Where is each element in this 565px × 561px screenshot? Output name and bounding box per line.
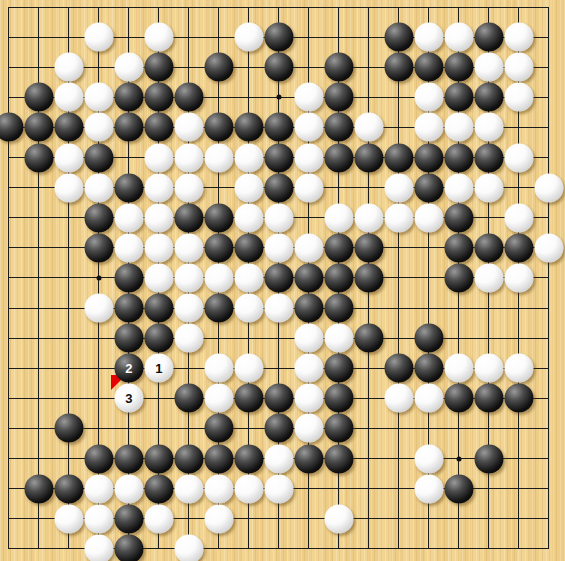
black-stone[interactable] (294, 294, 323, 323)
white-stone[interactable] (144, 23, 173, 52)
black-stone[interactable] (54, 113, 83, 142)
white-stone[interactable] (384, 384, 413, 413)
white-stone[interactable] (474, 354, 503, 383)
white-stone[interactable] (204, 474, 233, 503)
white-stone[interactable] (444, 173, 473, 202)
white-stone[interactable] (414, 203, 443, 232)
black-stone[interactable] (324, 53, 353, 82)
white-stone[interactable] (144, 143, 173, 172)
black-stone[interactable] (444, 474, 473, 503)
black-stone[interactable] (474, 23, 503, 52)
black-stone[interactable] (264, 263, 293, 292)
black-stone[interactable] (114, 444, 143, 473)
white-stone[interactable] (114, 233, 143, 262)
black-stone[interactable] (174, 384, 203, 413)
white-stone[interactable] (294, 414, 323, 443)
white-stone[interactable] (414, 474, 443, 503)
white-stone[interactable] (84, 534, 113, 561)
white-stone[interactable]: 1 (144, 354, 173, 383)
black-stone[interactable] (54, 414, 83, 443)
white-stone[interactable] (264, 233, 293, 262)
black-stone[interactable] (204, 414, 233, 443)
white-stone[interactable] (174, 324, 203, 353)
white-stone[interactable] (504, 83, 533, 112)
black-stone[interactable] (474, 444, 503, 473)
black-stone[interactable] (24, 474, 53, 503)
white-stone[interactable] (54, 173, 83, 202)
white-stone[interactable] (204, 143, 233, 172)
black-stone[interactable] (294, 444, 323, 473)
white-stone[interactable] (234, 294, 263, 323)
white-stone[interactable] (114, 53, 143, 82)
white-stone[interactable] (534, 173, 563, 202)
black-stone[interactable] (354, 263, 383, 292)
white-stone[interactable] (384, 173, 413, 202)
white-stone[interactable] (234, 354, 263, 383)
white-stone[interactable] (84, 23, 113, 52)
white-stone[interactable] (144, 233, 173, 262)
black-stone[interactable] (84, 203, 113, 232)
black-stone[interactable] (414, 53, 443, 82)
black-stone[interactable] (324, 444, 353, 473)
black-stone[interactable] (414, 143, 443, 172)
white-stone[interactable] (144, 203, 173, 232)
black-stone[interactable] (324, 263, 353, 292)
black-stone[interactable] (324, 384, 353, 413)
black-stone[interactable] (114, 294, 143, 323)
black-stone[interactable] (444, 384, 473, 413)
black-stone[interactable] (264, 53, 293, 82)
white-stone[interactable] (504, 53, 533, 82)
black-stone[interactable] (234, 384, 263, 413)
white-stone[interactable] (174, 143, 203, 172)
black-stone[interactable] (474, 83, 503, 112)
black-stone[interactable]: 2 (114, 354, 143, 383)
black-stone[interactable] (204, 53, 233, 82)
black-stone[interactable] (444, 143, 473, 172)
white-stone[interactable] (294, 233, 323, 262)
black-stone[interactable] (204, 294, 233, 323)
black-stone[interactable] (324, 113, 353, 142)
black-stone[interactable] (324, 354, 353, 383)
black-stone[interactable] (264, 414, 293, 443)
black-stone[interactable] (264, 384, 293, 413)
white-stone[interactable] (354, 203, 383, 232)
white-stone[interactable] (144, 173, 173, 202)
move-number-label: 3 (125, 392, 132, 405)
white-stone[interactable] (84, 83, 113, 112)
black-stone[interactable] (384, 23, 413, 52)
white-stone[interactable] (444, 113, 473, 142)
white-stone[interactable] (414, 384, 443, 413)
white-stone[interactable] (264, 474, 293, 503)
black-stone[interactable] (294, 263, 323, 292)
black-stone[interactable] (114, 504, 143, 533)
black-stone[interactable] (144, 324, 173, 353)
go-board: 213 (0, 0, 565, 561)
white-stone[interactable] (54, 504, 83, 533)
white-stone[interactable] (294, 83, 323, 112)
black-stone[interactable] (144, 294, 173, 323)
white-stone[interactable] (114, 203, 143, 232)
white-stone[interactable] (324, 504, 353, 533)
white-stone[interactable] (54, 143, 83, 172)
white-stone[interactable] (384, 203, 413, 232)
black-stone[interactable] (324, 233, 353, 262)
white-stone[interactable]: 3 (114, 384, 143, 413)
white-stone[interactable] (504, 143, 533, 172)
black-stone[interactable] (474, 384, 503, 413)
white-stone[interactable] (444, 23, 473, 52)
move-number-label: 2 (125, 362, 132, 375)
black-stone[interactable] (384, 354, 413, 383)
black-stone[interactable] (144, 113, 173, 142)
white-stone[interactable] (294, 113, 323, 142)
white-stone[interactable] (204, 354, 233, 383)
white-stone[interactable] (204, 263, 233, 292)
black-stone[interactable] (384, 53, 413, 82)
black-stone[interactable] (84, 143, 113, 172)
black-stone[interactable] (204, 233, 233, 262)
black-stone[interactable] (414, 354, 443, 383)
black-stone[interactable] (24, 143, 53, 172)
black-stone[interactable] (444, 83, 473, 112)
black-stone[interactable] (54, 474, 83, 503)
white-stone[interactable] (294, 173, 323, 202)
black-stone[interactable] (204, 113, 233, 142)
white-stone[interactable] (234, 203, 263, 232)
white-stone[interactable] (174, 173, 203, 202)
white-stone[interactable] (444, 354, 473, 383)
black-stone[interactable] (234, 113, 263, 142)
white-stone[interactable] (354, 113, 383, 142)
white-stone[interactable] (474, 173, 503, 202)
black-stone[interactable] (114, 534, 143, 561)
white-stone[interactable] (84, 113, 113, 142)
black-stone[interactable] (174, 83, 203, 112)
white-stone[interactable] (474, 113, 503, 142)
black-stone[interactable] (504, 384, 533, 413)
white-stone[interactable] (294, 354, 323, 383)
white-stone[interactable] (474, 263, 503, 292)
black-stone[interactable] (204, 444, 233, 473)
white-stone[interactable] (324, 203, 353, 232)
white-stone[interactable] (84, 173, 113, 202)
white-stone[interactable] (144, 263, 173, 292)
white-stone[interactable] (204, 384, 233, 413)
black-stone[interactable] (324, 414, 353, 443)
move-number-label: 1 (155, 362, 162, 375)
black-stone[interactable] (324, 294, 353, 323)
white-stone[interactable] (234, 173, 263, 202)
white-stone[interactable] (504, 23, 533, 52)
black-stone[interactable] (264, 23, 293, 52)
black-stone[interactable] (324, 143, 353, 172)
white-stone[interactable] (174, 263, 203, 292)
black-stone[interactable] (474, 143, 503, 172)
white-stone[interactable] (84, 504, 113, 533)
black-stone[interactable] (354, 324, 383, 353)
black-stone[interactable] (114, 173, 143, 202)
black-stone[interactable] (174, 444, 203, 473)
white-stone[interactable] (54, 53, 83, 82)
black-stone[interactable] (84, 233, 113, 262)
white-stone[interactable] (84, 294, 113, 323)
white-stone[interactable] (414, 83, 443, 112)
white-stone[interactable] (114, 474, 143, 503)
white-stone[interactable] (264, 294, 293, 323)
black-stone[interactable] (444, 203, 473, 232)
black-stone[interactable] (264, 143, 293, 172)
black-stone[interactable] (444, 53, 473, 82)
black-stone[interactable] (114, 263, 143, 292)
black-stone[interactable] (414, 173, 443, 202)
black-stone[interactable] (444, 233, 473, 262)
white-stone[interactable] (234, 23, 263, 52)
white-stone[interactable] (534, 233, 563, 262)
white-stone[interactable] (174, 113, 203, 142)
white-stone[interactable] (54, 83, 83, 112)
white-stone[interactable] (264, 203, 293, 232)
black-stone[interactable] (234, 233, 263, 262)
black-stone[interactable] (114, 324, 143, 353)
white-stone[interactable] (84, 474, 113, 503)
white-stone[interactable] (294, 324, 323, 353)
black-stone[interactable] (444, 263, 473, 292)
white-stone[interactable] (174, 233, 203, 262)
white-stone[interactable] (324, 324, 353, 353)
black-stone[interactable] (504, 233, 533, 262)
white-stone[interactable] (414, 23, 443, 52)
white-stone[interactable] (504, 263, 533, 292)
black-stone[interactable] (114, 83, 143, 112)
black-stone[interactable] (174, 203, 203, 232)
white-stone[interactable] (504, 354, 533, 383)
white-stone[interactable] (204, 504, 233, 533)
black-stone[interactable] (204, 203, 233, 232)
white-stone[interactable] (234, 263, 263, 292)
black-stone[interactable] (474, 233, 503, 262)
black-stone[interactable] (324, 83, 353, 112)
black-stone[interactable] (354, 233, 383, 262)
black-stone[interactable] (144, 53, 173, 82)
white-stone[interactable] (234, 143, 263, 172)
white-stone[interactable] (174, 474, 203, 503)
black-stone[interactable] (144, 83, 173, 112)
black-stone[interactable] (414, 324, 443, 353)
white-stone[interactable] (294, 384, 323, 413)
white-stone[interactable] (234, 474, 263, 503)
black-stone[interactable] (354, 143, 383, 172)
black-stone[interactable] (24, 83, 53, 112)
black-stone[interactable] (144, 444, 173, 473)
white-stone[interactable] (504, 203, 533, 232)
white-stone[interactable] (174, 294, 203, 323)
white-stone[interactable] (414, 113, 443, 142)
white-stone[interactable] (474, 53, 503, 82)
black-stone[interactable] (84, 444, 113, 473)
black-stone[interactable] (234, 444, 263, 473)
white-stone[interactable] (414, 444, 443, 473)
black-stone[interactable] (144, 474, 173, 503)
white-stone[interactable] (144, 504, 173, 533)
white-stone[interactable] (294, 143, 323, 172)
white-stone[interactable] (264, 444, 293, 473)
black-stone[interactable] (264, 113, 293, 142)
black-stone[interactable] (114, 113, 143, 142)
black-stone[interactable] (24, 113, 53, 142)
black-stone[interactable] (384, 143, 413, 172)
white-stone[interactable] (174, 534, 203, 561)
black-stone[interactable] (264, 173, 293, 202)
